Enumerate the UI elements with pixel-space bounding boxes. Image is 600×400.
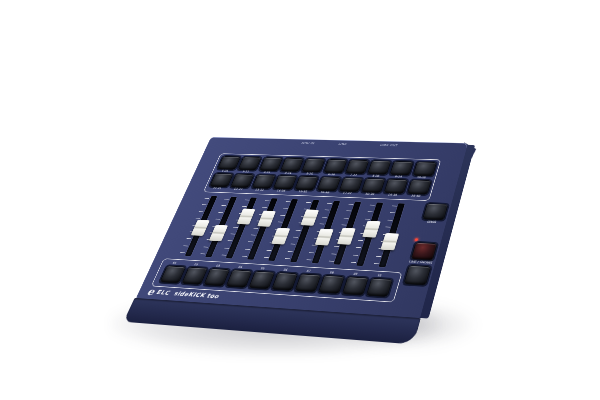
rear-label-dmx-out: DMX OUT xyxy=(380,143,398,147)
flash-label-row1-2: 2-22 xyxy=(237,170,255,173)
console-top-panel: MIDI INLINKDMX OUT 1-2111-312-2212-323-2… xyxy=(136,137,468,318)
memory-label-6: 06 xyxy=(275,268,295,272)
flash-button-row1-7 xyxy=(345,160,369,174)
flash-label-row2-9: 19-39 xyxy=(383,193,403,197)
mode-led xyxy=(415,238,419,241)
memory-label-7: 07 xyxy=(298,269,318,273)
flash-button-row1-6 xyxy=(323,159,347,173)
console: MIDI INLINKDMX OUT 1-2111-312-2212-323-2… xyxy=(125,137,478,345)
memory-label-1: 01 xyxy=(165,261,184,265)
flash-button-row2-7 xyxy=(339,177,363,192)
memory-button-5 xyxy=(248,271,275,289)
memory-button-6 xyxy=(271,272,298,291)
memory-label-3: 03 xyxy=(208,264,227,268)
flash-label-row2-7: 17-37 xyxy=(338,191,357,195)
memory-button-7 xyxy=(294,274,321,293)
flash-label-row2-4: 14-34 xyxy=(272,189,291,193)
blackout-button xyxy=(403,265,431,285)
flash-label-row1-1: 1-21 xyxy=(216,169,234,172)
flash-label-row1-8: 8-28 xyxy=(366,174,385,177)
flash-button-row1-2 xyxy=(238,157,262,171)
rear-label-midi-in: MIDI IN xyxy=(301,141,315,145)
memory-label-10: 10 xyxy=(369,273,390,278)
flash-button-row2-9 xyxy=(384,179,408,194)
flash-label-row2-3: 13-33 xyxy=(250,188,269,192)
grab-label: GRAB xyxy=(420,220,442,224)
flash-label-row2-10: 20-40 xyxy=(406,194,426,198)
memory-label-4: 04 xyxy=(230,265,250,269)
flash-button-row2-2 xyxy=(230,174,254,188)
flash-button-block: 1-2111-312-2212-323-2313-334-2414-345-25… xyxy=(203,153,441,201)
flash-label-row1-6: 6-26 xyxy=(322,172,341,175)
flash-label-row1-10: 10-30 xyxy=(412,175,432,179)
flash-button-row1-4 xyxy=(280,158,304,172)
flash-button-row2-8 xyxy=(361,178,385,193)
model-name: sideKICK too xyxy=(173,290,220,300)
flash-label-row2-1: 11-31 xyxy=(208,186,226,189)
grab-button xyxy=(422,203,448,220)
memory-label-5: 05 xyxy=(253,266,273,270)
flash-label-row2-6: 16-36 xyxy=(315,190,334,194)
memory-button-8 xyxy=(318,275,345,294)
flash-button-row1-5 xyxy=(301,159,325,173)
memory-label-9: 09 xyxy=(345,272,366,276)
flash-button-row1-10 xyxy=(412,162,436,177)
mode-button xyxy=(411,242,438,260)
flash-label-row1-5: 5-25 xyxy=(300,172,319,175)
flash-label-row1-3: 3-23 xyxy=(258,170,276,173)
memory-button-9 xyxy=(342,277,369,296)
elc-logo-icon: e xyxy=(145,286,157,298)
brand-name: ELC xyxy=(155,289,171,296)
product-photo: MIDI INLINKDMX OUT 1-2111-312-2212-323-2… xyxy=(0,0,600,400)
flash-button-row2-10 xyxy=(407,180,431,195)
flash-label-row1-4: 4-24 xyxy=(279,171,297,174)
rear-label-link: LINK xyxy=(338,142,347,145)
flash-label-row1-7: 7-27 xyxy=(344,173,363,176)
flash-label-row1-9: 9-29 xyxy=(389,175,408,179)
memory-button-10 xyxy=(366,278,393,297)
flash-button-row2-4 xyxy=(273,175,297,189)
flash-label-row2-5: 15-35 xyxy=(293,189,312,193)
flash-button-row2-5 xyxy=(294,176,318,191)
flash-button-row1-8 xyxy=(367,160,391,174)
memory-label-2: 02 xyxy=(187,262,206,266)
flash-button-row2-3 xyxy=(251,175,275,189)
memory-label-8: 08 xyxy=(322,270,342,274)
flash-button-row1-9 xyxy=(390,161,414,175)
mode-label: LIVE / SHOWS xyxy=(409,260,432,265)
flash-button-row1-3 xyxy=(259,157,283,171)
flash-label-row2-8: 18-38 xyxy=(360,192,379,196)
rear-port-labels: MIDI INLINKDMX OUT xyxy=(211,137,468,143)
flash-button-row2-6 xyxy=(316,177,340,192)
flash-label-row2-2: 12-32 xyxy=(229,187,247,191)
